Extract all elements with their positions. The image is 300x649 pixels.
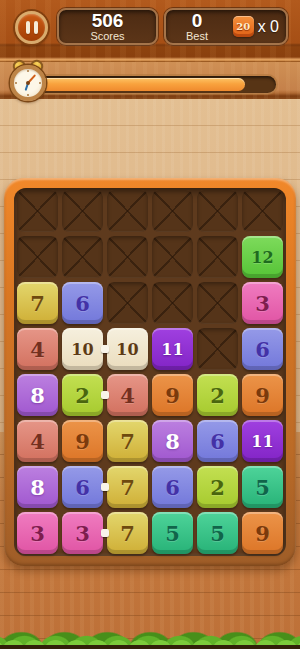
tile-link-connector <box>101 529 109 537</box>
alarm-clock-icon <box>8 59 48 104</box>
board-cell-empty <box>17 190 58 232</box>
tile-12[interactable]: 12 <box>242 236 283 278</box>
tile-2[interactable]: 2 <box>197 374 238 416</box>
board-cell-empty <box>17 236 58 278</box>
board-surface: 12763410101168249294978611867625337559 <box>14 188 286 556</box>
tile-7[interactable]: 7 <box>107 512 148 554</box>
board-cell-empty <box>197 190 238 232</box>
best-label: Best <box>186 30 208 42</box>
game-board: 12763410101168249294978611867625337559 <box>4 178 296 566</box>
pause-icon <box>26 21 30 34</box>
tile-4[interactable]: 4 <box>107 374 148 416</box>
tile-3[interactable]: 3 <box>17 512 58 554</box>
clock-tick <box>15 82 17 84</box>
score-panel: 506 Scores <box>57 8 158 45</box>
ground-line <box>0 645 300 649</box>
board-cell-empty <box>62 236 103 278</box>
tile-6[interactable]: 6 <box>242 328 283 370</box>
tile-9[interactable]: 9 <box>62 420 103 462</box>
clock-center-dot <box>26 81 30 85</box>
tile-7[interactable]: 7 <box>17 282 58 324</box>
tile-3[interactable]: 3 <box>62 512 103 554</box>
clock-face <box>10 65 46 101</box>
tile-link-connector <box>101 391 109 399</box>
pause-icon <box>34 21 38 34</box>
tile-link-connector <box>101 345 109 353</box>
tile-7[interactable]: 7 <box>107 466 148 508</box>
tile-5[interactable]: 5 <box>242 466 283 508</box>
tile-8[interactable]: 8 <box>17 374 58 416</box>
tile-9[interactable]: 9 <box>242 512 283 554</box>
tile-2[interactable]: 2 <box>197 466 238 508</box>
board-grid: 12763410101168249294978611867625337559 <box>17 190 283 554</box>
board-cell-empty <box>107 282 148 324</box>
board-cell-empty <box>152 282 193 324</box>
score-label: Scores <box>90 30 124 42</box>
board-cell-empty <box>152 190 193 232</box>
tile-11[interactable]: 11 <box>242 420 283 462</box>
tile-link-connector <box>101 483 109 491</box>
board-cell-empty <box>107 236 148 278</box>
powerup-multiplier-label: x 0 <box>258 18 279 36</box>
tile-11[interactable]: 11 <box>152 328 193 370</box>
tile-6[interactable]: 6 <box>62 282 103 324</box>
tile-5[interactable]: 5 <box>152 512 193 554</box>
tile-10[interactable]: 10 <box>107 328 148 370</box>
powerup-tile: 20 <box>233 16 254 37</box>
clock-tick <box>27 70 29 72</box>
tile-3[interactable]: 3 <box>242 282 283 324</box>
timer-fill <box>39 78 245 91</box>
pause-button[interactable] <box>15 11 48 44</box>
tile-4[interactable]: 4 <box>17 328 58 370</box>
tile-2[interactable]: 2 <box>62 374 103 416</box>
clock-tick <box>27 94 29 96</box>
tile-7[interactable]: 7 <box>107 420 148 462</box>
board-cell-empty <box>197 328 238 370</box>
tile-4[interactable]: 4 <box>17 420 58 462</box>
board-cell-empty <box>107 190 148 232</box>
board-cell-empty <box>62 190 103 232</box>
board-cell-empty <box>197 236 238 278</box>
score-value: 506 <box>92 12 124 30</box>
powerup-counter: 20 x 0 <box>228 16 286 37</box>
board-cell-empty <box>242 190 283 232</box>
tile-10[interactable]: 10 <box>62 328 103 370</box>
best-value: 0 <box>192 12 203 30</box>
tile-8[interactable]: 8 <box>152 420 193 462</box>
board-cell-empty <box>197 282 238 324</box>
timer-bar <box>37 76 276 93</box>
tile-9[interactable]: 9 <box>242 374 283 416</box>
tile-6[interactable]: 6 <box>62 466 103 508</box>
tile-5[interactable]: 5 <box>197 512 238 554</box>
board-cell-empty <box>152 236 193 278</box>
best-panel: 0 Best 20 x 0 <box>164 8 288 45</box>
tile-6[interactable]: 6 <box>152 466 193 508</box>
app-root: { "game": "number merge block puzzle (20… <box>0 0 300 649</box>
tile-9[interactable]: 9 <box>152 374 193 416</box>
tile-8[interactable]: 8 <box>17 466 58 508</box>
clock-tick <box>39 82 41 84</box>
tile-6[interactable]: 6 <box>197 420 238 462</box>
best-stat: 0 Best <box>166 12 228 42</box>
